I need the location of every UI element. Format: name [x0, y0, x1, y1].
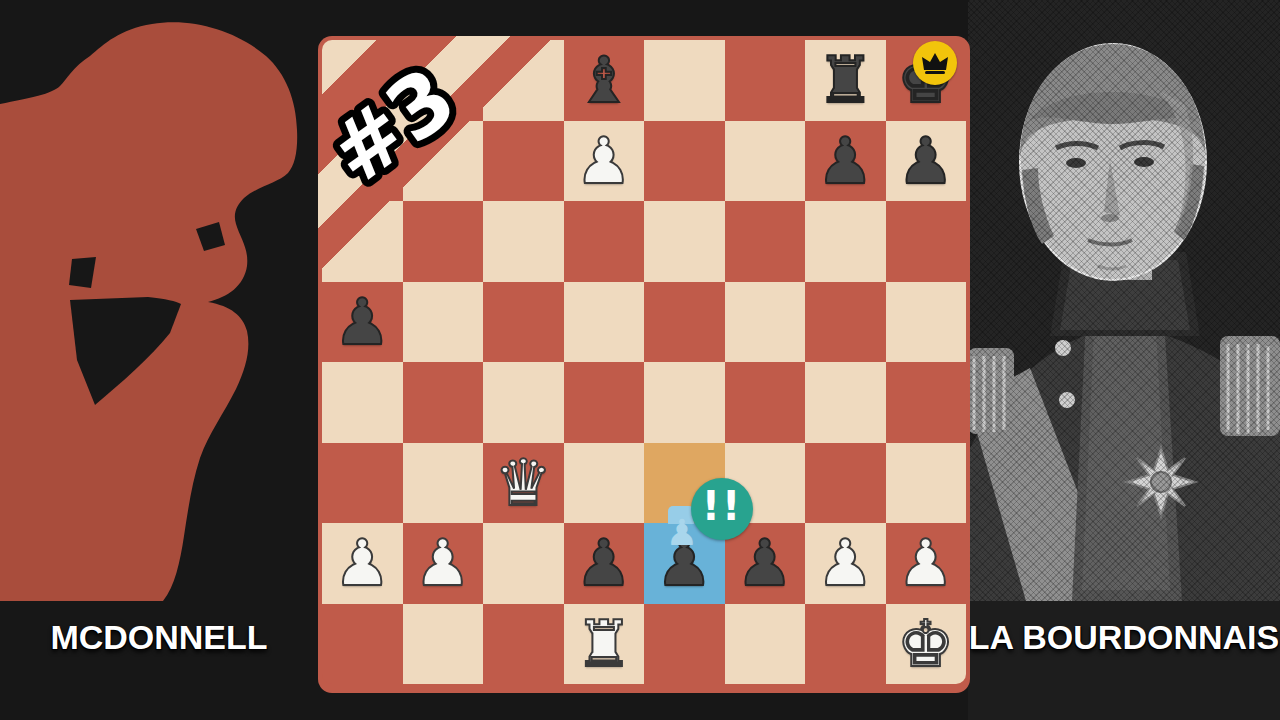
square-b4[interactable] — [403, 362, 484, 443]
square-d7[interactable]: ♟ — [564, 121, 645, 202]
right-player-panel: LA BOURDONNAIS — [968, 0, 1280, 720]
square-h5[interactable] — [886, 282, 967, 363]
square-c7[interactable] — [483, 121, 564, 202]
square-c3[interactable]: ♛ — [483, 443, 564, 524]
square-d3[interactable] — [564, 443, 645, 524]
square-f1[interactable] — [725, 604, 806, 685]
square-a5[interactable]: ♟ — [322, 282, 403, 363]
thinker-silhouette — [0, 0, 318, 610]
square-e5[interactable] — [644, 282, 725, 363]
square-h2[interactable]: ♟ — [886, 523, 967, 604]
square-a1[interactable] — [322, 604, 403, 685]
player-name-right: LA BOURDONNAIS — [968, 618, 1280, 657]
piece-white-r[interactable]: ♜ — [564, 604, 645, 685]
square-c4[interactable] — [483, 362, 564, 443]
square-d6[interactable] — [564, 201, 645, 282]
piece-white-p[interactable]: ♟ — [564, 121, 645, 202]
square-g4[interactable] — [805, 362, 886, 443]
piece-white-p[interactable]: ♟ — [403, 523, 484, 604]
square-g5[interactable] — [805, 282, 886, 363]
piece-white-p[interactable]: ♟ — [322, 523, 403, 604]
piece-black-p[interactable]: ♟ — [322, 282, 403, 363]
square-a7[interactable] — [322, 121, 403, 202]
square-g1[interactable] — [805, 604, 886, 685]
square-d1[interactable]: ♜ — [564, 604, 645, 685]
square-h6[interactable] — [886, 201, 967, 282]
square-e4[interactable] — [644, 362, 725, 443]
thumbnail-stage: MCDONNELL — [0, 0, 1280, 720]
player-name-left: MCDONNELL — [0, 618, 318, 657]
square-f6[interactable] — [725, 201, 806, 282]
piece-black-b[interactable]: ♝ — [564, 40, 645, 121]
square-a3[interactable] — [322, 443, 403, 524]
piece-white-p[interactable]: ♟ — [886, 523, 967, 604]
square-d4[interactable] — [564, 362, 645, 443]
medal-star — [1127, 448, 1195, 516]
square-b2[interactable]: ♟ — [403, 523, 484, 604]
square-c6[interactable] — [483, 201, 564, 282]
square-b1[interactable] — [403, 604, 484, 685]
square-a4[interactable] — [322, 362, 403, 443]
square-a6[interactable] — [322, 201, 403, 282]
square-g8[interactable]: ♜ — [805, 40, 886, 121]
square-g3[interactable] — [805, 443, 886, 524]
square-c8[interactable] — [483, 40, 564, 121]
labourdonnais-portrait — [968, 0, 1280, 601]
piece-white-p[interactable]: ♟ — [805, 523, 886, 604]
square-d5[interactable] — [564, 282, 645, 363]
square-c5[interactable] — [483, 282, 564, 363]
square-g7[interactable]: ♟ — [805, 121, 886, 202]
square-e7[interactable] — [644, 121, 725, 202]
piece-black-r[interactable]: ♜ — [805, 40, 886, 121]
square-d2[interactable]: ♟ — [564, 523, 645, 604]
square-h1[interactable]: ♚ — [886, 604, 967, 685]
crown-icon — [922, 51, 948, 75]
square-h7[interactable]: ♟ — [886, 121, 967, 202]
square-c2[interactable] — [483, 523, 564, 604]
square-f8[interactable] — [725, 40, 806, 121]
square-d8[interactable]: ♝ — [564, 40, 645, 121]
piece-black-p[interactable]: ♟ — [886, 121, 967, 202]
square-a8[interactable] — [322, 40, 403, 121]
square-f4[interactable] — [725, 362, 806, 443]
square-e1[interactable] — [644, 604, 725, 685]
square-b6[interactable] — [403, 201, 484, 282]
piece-white-k[interactable]: ♚ — [886, 604, 967, 685]
piece-black-p[interactable]: ♟ — [805, 121, 886, 202]
brilliant-move-badge: !! — [691, 478, 753, 540]
winner-crown-badge — [913, 41, 957, 85]
piece-black-p[interactable]: ♟ — [564, 523, 645, 604]
square-b5[interactable] — [403, 282, 484, 363]
square-g6[interactable] — [805, 201, 886, 282]
chess-board: ♝♜♚♟♟♟♟♛♟♟♟♟♟♟♟♜♚ ♟ !! #3 — [318, 36, 970, 693]
square-f5[interactable] — [725, 282, 806, 363]
brilliant-mark-icon: !! — [702, 483, 742, 529]
board-grid: ♝♜♚♟♟♟♟♛♟♟♟♟♟♟♟♜♚ — [322, 40, 966, 684]
square-h3[interactable] — [886, 443, 967, 524]
square-b8[interactable] — [403, 40, 484, 121]
left-player-panel: MCDONNELL — [0, 0, 318, 720]
square-b7[interactable] — [403, 121, 484, 202]
piece-white-q[interactable]: ♛ — [483, 443, 564, 524]
square-e6[interactable] — [644, 201, 725, 282]
square-b3[interactable] — [403, 443, 484, 524]
square-g2[interactable]: ♟ — [805, 523, 886, 604]
square-e8[interactable] — [644, 40, 725, 121]
square-a2[interactable]: ♟ — [322, 523, 403, 604]
square-h4[interactable] — [886, 362, 967, 443]
square-c1[interactable] — [483, 604, 564, 685]
square-f7[interactable] — [725, 121, 806, 202]
